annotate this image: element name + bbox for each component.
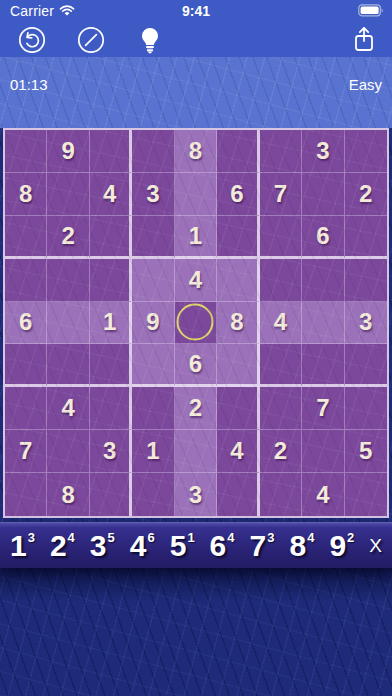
cell-r2c9[interactable]: 2 — [345, 173, 387, 216]
share-icon — [351, 25, 377, 55]
cell-digit: 7 — [19, 437, 32, 465]
key-label: 3 — [90, 526, 107, 566]
cell-r6c3[interactable] — [90, 344, 132, 387]
digit-key-4[interactable]: 46 — [130, 526, 155, 566]
cell-r7c6[interactable] — [217, 387, 259, 430]
cell-digit: 7 — [316, 394, 329, 422]
cell-digit: 6 — [230, 180, 243, 208]
key-label: 8 — [289, 526, 306, 566]
cell-digit: 6 — [189, 350, 202, 378]
cell-r1c5[interactable]: 8 — [175, 130, 217, 173]
cell-r5c5[interactable] — [175, 302, 217, 345]
digit-key-6[interactable]: 64 — [210, 526, 235, 566]
cell-digit: 1 — [103, 308, 116, 336]
digit-key-9[interactable]: 92 — [329, 526, 354, 566]
cell-r3c7[interactable] — [260, 216, 302, 259]
cell-digit: 5 — [359, 437, 372, 465]
cell-r5c1[interactable]: 6 — [5, 302, 47, 345]
cell-r4c2[interactable] — [47, 259, 89, 302]
cell-digit: 2 — [61, 222, 74, 250]
cell-digit: 9 — [146, 308, 159, 336]
digit-key-3[interactable]: 35 — [90, 526, 115, 566]
battery-icon — [358, 4, 384, 17]
cell-r2c6[interactable]: 6 — [217, 173, 259, 216]
digit-key-1[interactable]: 13 — [10, 526, 35, 566]
cell-digit: 7 — [274, 180, 287, 208]
cell-r6c4[interactable] — [132, 344, 174, 387]
numpad-shadow — [0, 568, 392, 602]
digit-key-2[interactable]: 24 — [50, 526, 75, 566]
cell-r3c6[interactable] — [217, 216, 259, 259]
cell-r1c7[interactable] — [260, 130, 302, 173]
cell-r1c8[interactable]: 3 — [302, 130, 344, 173]
cell-digit: 2 — [189, 394, 202, 422]
key-count: 1 — [187, 531, 194, 544]
cell-r9c8[interactable]: 4 — [302, 473, 344, 516]
cell-r6c5[interactable]: 6 — [175, 344, 217, 387]
cell-r7c7[interactable] — [260, 387, 302, 430]
cell-r8c6[interactable]: 4 — [217, 430, 259, 473]
cell-r1c1[interactable] — [5, 130, 47, 173]
cell-r2c3[interactable]: 4 — [90, 173, 132, 216]
cell-r5c9[interactable]: 3 — [345, 302, 387, 345]
cell-r2c8[interactable] — [302, 173, 344, 216]
cell-r8c9[interactable]: 5 — [345, 430, 387, 473]
cell-r7c8[interactable]: 7 — [302, 387, 344, 430]
cell-digit: 3 — [103, 437, 116, 465]
cell-r9c9[interactable] — [345, 473, 387, 516]
background-texture — [0, 568, 392, 696]
cell-digit: 4 — [316, 481, 329, 509]
key-label: 9 — [329, 526, 346, 566]
cell-digit: 8 — [189, 137, 202, 165]
key-count: 4 — [307, 531, 314, 544]
cell-r8c7[interactable]: 2 — [260, 430, 302, 473]
key-label: 4 — [130, 526, 147, 566]
cell-digit: 3 — [189, 481, 202, 509]
difficulty-label: Easy — [349, 76, 382, 93]
status-bar: Carrier 9:41 — [0, 0, 392, 22]
cell-r7c4[interactable] — [132, 387, 174, 430]
cell-r9c2[interactable]: 8 — [47, 473, 89, 516]
cell-r9c7[interactable] — [260, 473, 302, 516]
lightbulb-icon — [139, 26, 161, 54]
cell-r4c1[interactable] — [5, 259, 47, 302]
selection-ring — [177, 304, 214, 341]
cell-r8c4[interactable]: 1 — [132, 430, 174, 473]
key-label: X — [369, 526, 382, 566]
cell-r1c2[interactable]: 9 — [47, 130, 89, 173]
cell-r6c1[interactable] — [5, 344, 47, 387]
key-count: 4 — [227, 531, 234, 544]
cell-r2c1[interactable]: 8 — [5, 173, 47, 216]
cell-r8c3[interactable]: 3 — [90, 430, 132, 473]
cell-r3c5[interactable]: 1 — [175, 216, 217, 259]
cell-digit: 1 — [189, 222, 202, 250]
cell-digit: 8 — [61, 481, 74, 509]
cell-r7c2[interactable]: 4 — [47, 387, 89, 430]
cell-r5c6[interactable]: 8 — [217, 302, 259, 345]
toolbar — [0, 22, 392, 57]
cell-r4c9[interactable] — [345, 259, 387, 302]
cell-r4c5[interactable]: 4 — [175, 259, 217, 302]
cell-digit: 4 — [274, 308, 287, 336]
cell-r9c4[interactable] — [132, 473, 174, 516]
cell-r6c9[interactable] — [345, 344, 387, 387]
cell-digit: 4 — [189, 266, 202, 294]
cell-r1c3[interactable] — [90, 130, 132, 173]
cell-digit: 1 — [146, 437, 159, 465]
cell-digit: 3 — [316, 137, 329, 165]
cell-r5c8[interactable] — [302, 302, 344, 345]
cell-r9c3[interactable] — [90, 473, 132, 516]
cell-digit: 4 — [61, 394, 74, 422]
cell-digit: 2 — [274, 437, 287, 465]
clock-time: 9:41 — [0, 3, 392, 19]
cell-r8c5[interactable] — [175, 430, 217, 473]
cell-r7c3[interactable] — [90, 387, 132, 430]
key-label: 7 — [250, 526, 267, 566]
cell-digit: 4 — [230, 437, 243, 465]
cell-r2c5[interactable] — [175, 173, 217, 216]
erase-key[interactable]: X — [369, 526, 382, 566]
cell-r1c4[interactable] — [132, 130, 174, 173]
cell-r2c7[interactable]: 7 — [260, 173, 302, 216]
notes-button[interactable] — [76, 25, 106, 55]
digit-key-5[interactable]: 51 — [170, 526, 195, 566]
key-count: 5 — [108, 531, 115, 544]
cell-r3c9[interactable] — [345, 216, 387, 259]
cell-r3c1[interactable] — [5, 216, 47, 259]
cell-r2c2[interactable] — [47, 173, 89, 216]
cell-r6c8[interactable] — [302, 344, 344, 387]
undo-icon — [18, 26, 46, 54]
key-label: 2 — [50, 526, 67, 566]
cell-digit: 6 — [19, 308, 32, 336]
share-button[interactable] — [349, 25, 379, 55]
cell-r1c9[interactable] — [345, 130, 387, 173]
cell-r5c7[interactable]: 4 — [260, 302, 302, 345]
cell-digit: 6 — [316, 222, 329, 250]
timer-value: 01:13 — [10, 76, 48, 93]
cell-r5c4[interactable]: 9 — [132, 302, 174, 345]
cell-r7c5[interactable]: 2 — [175, 387, 217, 430]
cell-digit: 8 — [19, 180, 32, 208]
cell-r4c6[interactable] — [217, 259, 259, 302]
cell-r7c1[interactable] — [5, 387, 47, 430]
cell-digit: 2 — [359, 180, 372, 208]
cell-digit: 9 — [61, 137, 74, 165]
cell-r1c6[interactable] — [217, 130, 259, 173]
cell-r4c3[interactable] — [90, 259, 132, 302]
cell-r9c6[interactable] — [217, 473, 259, 516]
cell-digit: 8 — [230, 308, 243, 336]
cell-r4c8[interactable] — [302, 259, 344, 302]
info-bar: 01:13 Easy — [0, 57, 392, 128]
cell-r7c9[interactable] — [345, 387, 387, 430]
digit-key-7[interactable]: 73 — [250, 526, 275, 566]
pencil-slash-circle-icon — [77, 26, 105, 54]
cell-r3c2[interactable]: 2 — [47, 216, 89, 259]
cell-r4c7[interactable] — [260, 259, 302, 302]
cell-r6c6[interactable] — [217, 344, 259, 387]
key-label: 6 — [210, 526, 227, 566]
key-count: 6 — [147, 531, 154, 544]
cell-r5c2[interactable] — [47, 302, 89, 345]
hint-button[interactable] — [135, 25, 165, 55]
cell-digit: 3 — [359, 308, 372, 336]
key-label: 5 — [170, 526, 187, 566]
cell-r8c2[interactable] — [47, 430, 89, 473]
digit-key-8[interactable]: 84 — [289, 526, 314, 566]
cell-r8c8[interactable] — [302, 430, 344, 473]
cell-r4c4[interactable] — [132, 259, 174, 302]
cell-r6c2[interactable] — [47, 344, 89, 387]
key-count: 3 — [267, 531, 274, 544]
cell-r9c1[interactable] — [5, 473, 47, 516]
cell-r6c7[interactable] — [260, 344, 302, 387]
key-label: 1 — [10, 526, 27, 566]
cell-r3c4[interactable] — [132, 216, 174, 259]
cell-r5c3[interactable]: 1 — [90, 302, 132, 345]
number-pad: 132435465164738492X — [0, 522, 392, 568]
cell-r8c1[interactable]: 7 — [5, 430, 47, 473]
cell-r2c4[interactable]: 3 — [132, 173, 174, 216]
cell-digit: 3 — [146, 180, 159, 208]
sudoku-board: 98384367221646198436427731425834 — [3, 128, 389, 518]
cell-digit: 4 — [103, 180, 116, 208]
key-count: 4 — [68, 531, 75, 544]
cell-r3c3[interactable] — [90, 216, 132, 259]
cell-r9c5[interactable]: 3 — [175, 473, 217, 516]
key-count: 2 — [347, 531, 354, 544]
undo-button[interactable] — [17, 25, 47, 55]
cell-r3c8[interactable]: 6 — [302, 216, 344, 259]
key-count: 3 — [28, 531, 35, 544]
